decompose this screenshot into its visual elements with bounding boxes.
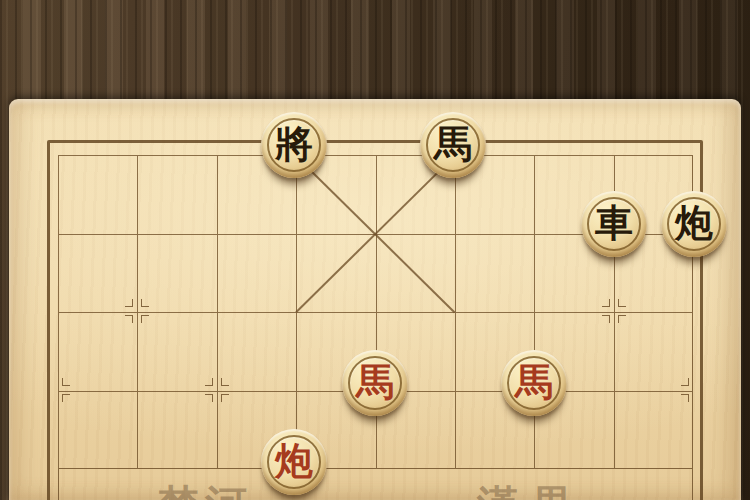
piece-glyph: 炮 bbox=[675, 204, 713, 242]
board-cell bbox=[217, 234, 296, 313]
piece-black-cannon[interactable]: 炮 bbox=[661, 191, 727, 257]
piece-black-general[interactable]: 將 bbox=[261, 112, 327, 178]
piece-glyph: 炮 bbox=[275, 442, 313, 480]
board-panel: 楚河 漢界 將 馬 車 炮 馬 馬 炮 bbox=[9, 99, 741, 500]
wood-background: 楚河 漢界 將 馬 車 炮 馬 馬 炮 bbox=[0, 0, 750, 500]
piece-red-horse-2[interactable]: 馬 bbox=[501, 350, 567, 416]
piece-glyph: 馬 bbox=[356, 363, 394, 401]
board-cell bbox=[137, 155, 216, 234]
board-cell bbox=[58, 155, 137, 234]
piece-glyph: 馬 bbox=[434, 125, 472, 163]
board-cell bbox=[137, 391, 216, 470]
river-label-left: 楚河 bbox=[157, 485, 253, 500]
board-cell bbox=[137, 234, 216, 313]
piece-glyph: 將 bbox=[275, 125, 313, 163]
piece-red-cannon[interactable]: 炮 bbox=[261, 429, 327, 495]
river-band: 楚河 漢界 bbox=[58, 469, 693, 500]
piece-glyph: 車 bbox=[595, 204, 633, 242]
piece-red-horse-1[interactable]: 馬 bbox=[342, 350, 408, 416]
board-cell bbox=[614, 391, 693, 470]
piece-glyph: 馬 bbox=[515, 363, 553, 401]
board-cell bbox=[455, 234, 534, 313]
board-cell bbox=[58, 391, 137, 470]
piece-black-horse[interactable]: 馬 bbox=[420, 112, 486, 178]
piece-black-chariot[interactable]: 車 bbox=[581, 191, 647, 257]
river-label-right: 漢界 bbox=[477, 485, 585, 500]
